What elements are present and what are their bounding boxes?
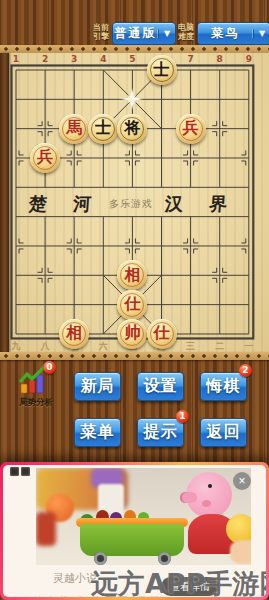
toy-blob — [36, 512, 56, 546]
river-watermark: 多乐游戏 — [96, 197, 166, 211]
river-label-left: 楚 河 — [27, 192, 103, 216]
board-frame-bottom — [0, 352, 269, 360]
file-label-top: 7 — [183, 54, 199, 64]
undo-button-wrap: 悔棋2 — [200, 372, 247, 401]
file-label-top: 8 — [212, 54, 228, 64]
menu-button[interactable]: 菜单 — [74, 418, 121, 447]
ad-card: × 灵越小说 查看详情 签中状 别具千万 再现 远方APP手游网 — [3, 465, 266, 597]
xiangqi-board[interactable]: 123456789 九八七六五四三二一 楚 河 多乐游戏 汉 界 士馬士将兵兵相… — [0, 53, 269, 352]
red-piece-仕[interactable]: 仕 — [147, 319, 177, 349]
ad-thumbnail[interactable] — [36, 468, 251, 565]
watermark: 远方APP手游网 — [91, 566, 266, 597]
undo-button[interactable]: 悔棋 — [200, 372, 247, 401]
red-piece-馬[interactable]: 馬 — [59, 114, 89, 144]
red-piece-仕[interactable]: 仕 — [117, 290, 147, 320]
pig-eye — [208, 484, 212, 488]
analysis-badge: 0 — [43, 361, 56, 374]
toy-cart — [80, 524, 184, 556]
settings-button-wrap: 设置 — [137, 372, 184, 401]
file-label-top: 3 — [66, 54, 82, 64]
difficulty-select-value: 菜鸟 — [198, 25, 253, 42]
xiangqi-app: 当前引擎 普通版 ▼ 电脑难度 菜鸟 ▼ 123456789 九八七六五四三二一… — [0, 0, 269, 600]
undo-button-badge: 2 — [239, 364, 252, 377]
red-piece-兵[interactable]: 兵 — [176, 114, 206, 144]
back-button-wrap: 返回 — [200, 418, 247, 447]
board-frame-top — [0, 45, 269, 53]
river-label-right: 汉 界 — [163, 192, 239, 216]
chevron-down-icon: ▼ — [253, 29, 269, 38]
file-label-top: 5 — [124, 54, 140, 64]
chevron-down-icon: ▼ — [158, 29, 175, 38]
cart-wheel — [158, 552, 171, 565]
close-icon[interactable]: × — [233, 472, 251, 490]
ad-banner: × 灵越小说 查看详情 签中状 别具千万 再现 远方APP手游网 — [0, 462, 269, 600]
settings-button[interactable]: 设置 — [137, 372, 184, 401]
hint-button[interactable]: 提示 — [137, 418, 184, 447]
engine-label: 当前引擎 — [92, 23, 110, 41]
ad-info-icon — [10, 467, 30, 476]
black-piece-士[interactable]: 士 — [88, 114, 118, 144]
difficulty-label: 电脑难度 — [177, 23, 195, 41]
pig-snout — [180, 492, 197, 503]
back-button[interactable]: 返回 — [200, 418, 247, 447]
new-game-button-wrap: 新局 — [74, 372, 121, 401]
red-piece-兵[interactable]: 兵 — [30, 143, 60, 173]
hint-button-wrap: 提示1 — [137, 418, 184, 447]
game-buttons: 新局设置悔棋2菜单提示1返回 — [74, 372, 247, 447]
difficulty-select[interactable]: 菜鸟 ▼ — [197, 22, 269, 45]
engine-select-value: 普通版 — [113, 25, 158, 42]
cart-wheel — [94, 552, 107, 565]
analysis-label: 局势分析 — [12, 397, 60, 409]
hint-button-badge: 1 — [176, 410, 189, 423]
black-piece-将[interactable]: 将 — [117, 114, 147, 144]
black-piece-士[interactable]: 士 — [147, 55, 177, 85]
file-label-top: 1 — [8, 54, 24, 64]
analysis-button[interactable]: 0 局势分析 — [12, 364, 60, 412]
file-label-top: 2 — [37, 54, 53, 64]
engine-select[interactable]: 普通版 ▼ — [112, 22, 176, 45]
new-game-button[interactable]: 新局 — [74, 372, 121, 401]
hand — [230, 540, 251, 564]
red-piece-相[interactable]: 相 — [59, 319, 89, 349]
pig-cheek — [202, 500, 211, 507]
file-label-top: 9 — [241, 54, 257, 64]
menu-button-wrap: 菜单 — [74, 418, 121, 447]
file-label-top: 4 — [95, 54, 111, 64]
board-frame-left — [0, 53, 9, 352]
